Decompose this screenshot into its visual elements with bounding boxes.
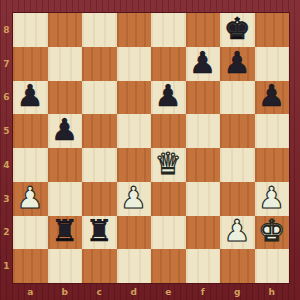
square-h3[interactable]: ♟ bbox=[255, 182, 290, 216]
square-e5[interactable] bbox=[151, 114, 186, 148]
square-a8[interactable] bbox=[13, 13, 48, 47]
square-d2[interactable] bbox=[117, 216, 152, 250]
square-d7[interactable] bbox=[117, 47, 152, 81]
square-f5[interactable] bbox=[186, 114, 221, 148]
square-f3[interactable] bbox=[186, 182, 221, 216]
square-f7[interactable]: ♟ bbox=[186, 47, 221, 81]
square-c5[interactable] bbox=[82, 114, 117, 148]
file-labels: abcdefgh bbox=[13, 283, 289, 300]
piece-white-pawn-h3: ♟ bbox=[258, 183, 285, 213]
square-e1[interactable] bbox=[151, 249, 186, 283]
square-e2[interactable] bbox=[151, 216, 186, 250]
file-label-c: c bbox=[97, 287, 102, 297]
piece-white-queen-e4: ♛ bbox=[155, 149, 182, 179]
square-c8[interactable] bbox=[82, 13, 117, 47]
piece-black-pawn-f7: ♟ bbox=[189, 48, 216, 78]
square-b3[interactable] bbox=[48, 182, 83, 216]
square-g6[interactable] bbox=[220, 81, 255, 115]
piece-white-pawn-a3: ♟ bbox=[17, 183, 44, 213]
square-g2[interactable]: ♟ bbox=[220, 216, 255, 250]
square-c6[interactable] bbox=[82, 81, 117, 115]
square-b7[interactable] bbox=[48, 47, 83, 81]
piece-black-pawn-h6: ♟ bbox=[258, 81, 285, 111]
rank-label-6: 6 bbox=[3, 92, 9, 102]
square-a6[interactable]: ♟ bbox=[13, 81, 48, 115]
square-h6[interactable]: ♟ bbox=[255, 81, 290, 115]
square-a5[interactable] bbox=[13, 114, 48, 148]
square-b2[interactable]: ♜ bbox=[48, 216, 83, 250]
piece-white-king-h2: ♚ bbox=[258, 216, 285, 246]
square-h5[interactable] bbox=[255, 114, 290, 148]
rank-label-8: 8 bbox=[3, 25, 9, 35]
square-d8[interactable] bbox=[117, 13, 152, 47]
piece-black-pawn-b5: ♟ bbox=[51, 115, 78, 145]
square-b5[interactable]: ♟ bbox=[48, 114, 83, 148]
rank-label-3: 3 bbox=[3, 194, 9, 204]
square-g1[interactable] bbox=[220, 249, 255, 283]
square-g3[interactable] bbox=[220, 182, 255, 216]
square-e8[interactable] bbox=[151, 13, 186, 47]
square-f8[interactable] bbox=[186, 13, 221, 47]
file-label-f: f bbox=[201, 287, 205, 297]
square-a4[interactable] bbox=[13, 148, 48, 182]
square-c1[interactable] bbox=[82, 249, 117, 283]
square-b1[interactable] bbox=[48, 249, 83, 283]
square-d4[interactable] bbox=[117, 148, 152, 182]
square-f6[interactable] bbox=[186, 81, 221, 115]
square-c7[interactable] bbox=[82, 47, 117, 81]
piece-white-pawn-d3: ♟ bbox=[120, 183, 147, 213]
file-label-g: g bbox=[234, 287, 240, 297]
square-e3[interactable] bbox=[151, 182, 186, 216]
square-e6[interactable]: ♟ bbox=[151, 81, 186, 115]
file-label-a: a bbox=[27, 287, 33, 297]
piece-black-pawn-a6: ♟ bbox=[17, 81, 44, 111]
square-h8[interactable] bbox=[255, 13, 290, 47]
piece-black-rook-c2: ♜ bbox=[86, 216, 113, 246]
square-c3[interactable] bbox=[82, 182, 117, 216]
chess-board[interactable]: ♚♟♟♟♟♟♟♛♟♟♟♜♜♟♚ bbox=[13, 13, 289, 283]
file-label-e: e bbox=[165, 287, 171, 297]
piece-black-pawn-g7: ♟ bbox=[224, 48, 251, 78]
square-a2[interactable] bbox=[13, 216, 48, 250]
square-e7[interactable] bbox=[151, 47, 186, 81]
square-h4[interactable] bbox=[255, 148, 290, 182]
square-b4[interactable] bbox=[48, 148, 83, 182]
square-b8[interactable] bbox=[48, 13, 83, 47]
square-d3[interactable]: ♟ bbox=[117, 182, 152, 216]
square-d1[interactable] bbox=[117, 249, 152, 283]
square-f1[interactable] bbox=[186, 249, 221, 283]
square-g5[interactable] bbox=[220, 114, 255, 148]
square-f4[interactable] bbox=[186, 148, 221, 182]
rank-labels: 87654321 bbox=[0, 13, 13, 283]
square-e4[interactable]: ♛ bbox=[151, 148, 186, 182]
file-label-h: h bbox=[269, 287, 275, 297]
square-a3[interactable]: ♟ bbox=[13, 182, 48, 216]
square-f2[interactable] bbox=[186, 216, 221, 250]
rank-label-5: 5 bbox=[3, 126, 9, 136]
rank-label-1: 1 bbox=[3, 261, 9, 271]
square-a1[interactable] bbox=[13, 249, 48, 283]
square-c2[interactable]: ♜ bbox=[82, 216, 117, 250]
square-d5[interactable] bbox=[117, 114, 152, 148]
square-h7[interactable] bbox=[255, 47, 290, 81]
square-g7[interactable]: ♟ bbox=[220, 47, 255, 81]
rank-label-2: 2 bbox=[3, 227, 9, 237]
square-b6[interactable] bbox=[48, 81, 83, 115]
rank-label-7: 7 bbox=[3, 59, 9, 69]
piece-black-king-g8: ♚ bbox=[224, 14, 251, 44]
piece-black-rook-b2: ♜ bbox=[51, 216, 78, 246]
file-label-b: b bbox=[62, 287, 68, 297]
file-label-d: d bbox=[131, 287, 137, 297]
piece-white-pawn-g2: ♟ bbox=[224, 216, 251, 246]
square-h1[interactable] bbox=[255, 249, 290, 283]
square-a7[interactable] bbox=[13, 47, 48, 81]
square-g8[interactable]: ♚ bbox=[220, 13, 255, 47]
square-g4[interactable] bbox=[220, 148, 255, 182]
piece-black-pawn-e6: ♟ bbox=[155, 81, 182, 111]
chess-board-frame: 87654321 ♚♟♟♟♟♟♟♛♟♟♟♜♜♟♚ abcdefgh bbox=[0, 0, 300, 300]
square-c4[interactable] bbox=[82, 148, 117, 182]
square-h2[interactable]: ♚ bbox=[255, 216, 290, 250]
rank-label-4: 4 bbox=[3, 160, 9, 170]
square-d6[interactable] bbox=[117, 81, 152, 115]
